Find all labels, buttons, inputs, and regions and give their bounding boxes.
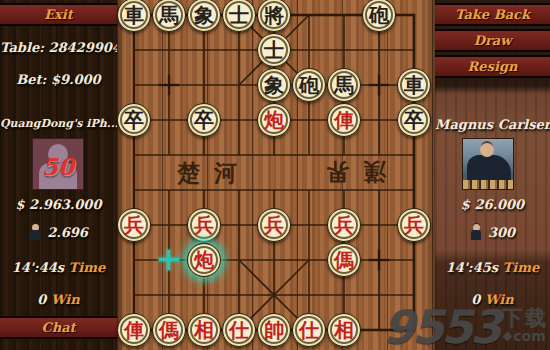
right-player-wins: 0 Win bbox=[435, 292, 550, 307]
piece-glyph: 俥 bbox=[124, 320, 144, 340]
piece-glyph: 象 bbox=[264, 75, 284, 95]
piece-red-advisor[interactable]: 仕 bbox=[222, 313, 256, 347]
xiangqi-game-screen: Exit Table: 2842990433 Bet: $9.000 Quang… bbox=[0, 0, 550, 350]
right-win-label: Win bbox=[485, 292, 514, 307]
piece-red-soldier[interactable]: 兵 bbox=[187, 208, 221, 242]
piece-black-soldier[interactable]: 卒 bbox=[187, 103, 221, 137]
right-player-money: $ 26.000 bbox=[435, 197, 550, 212]
piece-black-chariot[interactable]: 車 bbox=[397, 68, 431, 102]
piece-black-soldier[interactable]: 卒 bbox=[117, 103, 151, 137]
right-win-value: 0 bbox=[471, 292, 480, 307]
piece-glyph: 馬 bbox=[159, 5, 179, 25]
piece-red-horse[interactable]: 傌 bbox=[152, 313, 186, 347]
piece-glyph: 兵 bbox=[264, 215, 284, 235]
piece-glyph: 傌 bbox=[334, 250, 354, 270]
piece-glyph: 將 bbox=[264, 5, 284, 25]
left-player-time: 14':44s Time bbox=[0, 260, 117, 275]
piece-black-advisor[interactable]: 士 bbox=[257, 33, 291, 67]
piece-glyph: 砲 bbox=[369, 5, 389, 25]
left-rank-value: 2.696 bbox=[47, 225, 88, 240]
left-player-money: $ 2.963.000 bbox=[0, 197, 117, 212]
right-rank-value: 300 bbox=[488, 225, 515, 240]
left-player-name: QuangDong's iPh... bbox=[0, 117, 117, 130]
piece-glyph: 炮 bbox=[264, 110, 284, 130]
piece-red-elephant[interactable]: 相 bbox=[187, 313, 221, 347]
left-win-label: Win bbox=[51, 292, 80, 307]
chat-button[interactable]: Chat bbox=[0, 316, 117, 339]
rank-person-icon bbox=[29, 224, 41, 240]
right-time-value: 14':45s bbox=[446, 260, 498, 275]
left-time-value: 14':44s bbox=[12, 260, 64, 275]
left-player-avatar[interactable]: 50 bbox=[33, 139, 83, 189]
bet-amount: Bet: $9.000 bbox=[0, 72, 117, 87]
piece-glyph: 砲 bbox=[299, 75, 319, 95]
piece-red-cannon[interactable]: 炮 bbox=[257, 103, 291, 137]
right-player-time: 14':45s Time bbox=[435, 260, 550, 275]
left-win-value: 0 bbox=[37, 292, 46, 307]
piece-red-soldier[interactable]: 兵 bbox=[327, 208, 361, 242]
draw-button[interactable]: Draw bbox=[435, 29, 550, 52]
piece-glyph: 車 bbox=[404, 75, 424, 95]
piece-red-soldier[interactable]: 兵 bbox=[117, 208, 151, 242]
avatar-level-badge: 50 bbox=[33, 153, 83, 180]
rank-person-icon bbox=[470, 224, 482, 240]
piece-glyph: 仕 bbox=[229, 320, 249, 340]
right-time-label: Time bbox=[503, 260, 540, 275]
piece-glyph: 兵 bbox=[124, 215, 144, 235]
piece-glyph: 象 bbox=[194, 5, 214, 25]
piece-glyph: 兵 bbox=[404, 215, 424, 235]
avatar-photo-face bbox=[480, 143, 494, 157]
exit-button[interactable]: Exit bbox=[0, 3, 117, 26]
piece-black-soldier[interactable]: 卒 bbox=[397, 103, 431, 137]
piece-glyph: 兵 bbox=[194, 215, 214, 235]
piece-glyph: 馬 bbox=[334, 75, 354, 95]
take-back-button[interactable]: Take Back bbox=[435, 3, 550, 26]
xiangqi-board[interactable]: 楚河 漢界 車馬象士將砲士象砲馬車卒卒卒炮俥兵兵兵兵兵炮傌俥傌相仕帥仕相 bbox=[117, 0, 435, 350]
piece-black-horse[interactable]: 馬 bbox=[327, 68, 361, 102]
table-number: Table: 2842990433 bbox=[0, 40, 117, 55]
piece-glyph: 兵 bbox=[334, 215, 354, 235]
piece-red-soldier[interactable]: 兵 bbox=[397, 208, 431, 242]
piece-red-soldier[interactable]: 兵 bbox=[257, 208, 291, 242]
piece-red-elephant[interactable]: 相 bbox=[327, 313, 361, 347]
avatar-photo-suit bbox=[467, 155, 511, 183]
piece-red-horse[interactable]: 傌 bbox=[327, 243, 361, 277]
piece-red-cannon[interactable]: 炮 bbox=[187, 243, 221, 277]
piece-glyph: 傌 bbox=[159, 320, 179, 340]
piece-glyph: 俥 bbox=[334, 110, 354, 130]
piece-glyph: 仕 bbox=[299, 320, 319, 340]
left-player-wins: 0 Win bbox=[0, 292, 117, 307]
piece-red-chariot[interactable]: 俥 bbox=[327, 103, 361, 137]
piece-black-elephant[interactable]: 象 bbox=[257, 68, 291, 102]
left-player-rank: 2.696 bbox=[0, 224, 117, 240]
piece-red-advisor[interactable]: 仕 bbox=[292, 313, 326, 347]
piece-glyph: 帥 bbox=[264, 320, 284, 340]
resign-button[interactable]: Resign bbox=[435, 55, 550, 78]
piece-glyph: 卒 bbox=[124, 110, 144, 130]
avatar-photo-chessboard bbox=[463, 180, 513, 189]
right-player-rank: 300 bbox=[435, 224, 550, 240]
piece-black-cannon[interactable]: 砲 bbox=[292, 68, 326, 102]
piece-red-chariot[interactable]: 俥 bbox=[117, 313, 151, 347]
piece-glyph: 卒 bbox=[194, 110, 214, 130]
piece-glyph: 車 bbox=[124, 5, 144, 25]
left-time-label: Time bbox=[69, 260, 106, 275]
piece-glyph: 士 bbox=[229, 5, 249, 25]
piece-glyph: 士 bbox=[264, 40, 284, 60]
piece-glyph: 卒 bbox=[404, 110, 424, 130]
right-player-avatar[interactable] bbox=[463, 139, 513, 189]
piece-glyph: 相 bbox=[194, 320, 214, 340]
piece-glyph: 相 bbox=[334, 320, 354, 340]
piece-glyph: 炮 bbox=[194, 250, 214, 270]
right-player-name: Magnus Carlsen bbox=[435, 117, 550, 132]
right-player-panel: Take Back Draw Resign Magnus Carlsen $ 2… bbox=[435, 0, 550, 350]
piece-red-general[interactable]: 帥 bbox=[257, 313, 291, 347]
left-player-panel: Exit Table: 2842990433 Bet: $9.000 Quang… bbox=[0, 0, 117, 350]
